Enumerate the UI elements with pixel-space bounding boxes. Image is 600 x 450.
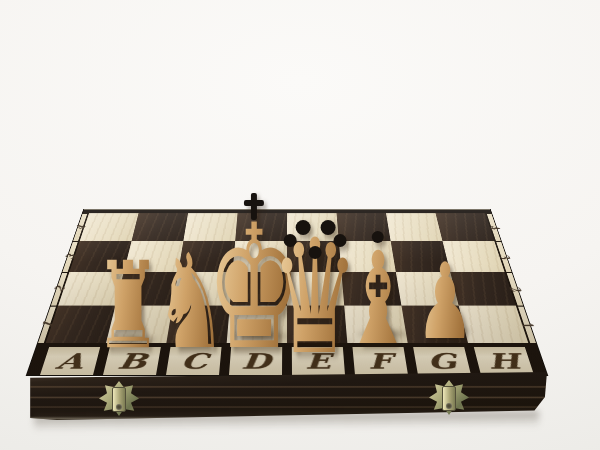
square-f1[interactable] xyxy=(344,306,407,343)
rank-label: 2 xyxy=(505,285,524,292)
square-b4[interactable] xyxy=(131,213,187,241)
square-f3[interactable] xyxy=(339,241,396,272)
square-c4[interactable] xyxy=(183,213,237,241)
rank-label: 4 xyxy=(485,224,502,230)
file-label-cell-b: B xyxy=(98,343,166,375)
square-c1[interactable] xyxy=(166,306,229,343)
file-label-cell-e: E xyxy=(287,343,350,375)
file-label: G xyxy=(425,349,459,374)
chess-board: 44332211ABCDEFGH xyxy=(27,207,547,375)
square-g2[interactable] xyxy=(396,272,459,306)
square-b2[interactable] xyxy=(115,272,178,306)
square-a3[interactable] xyxy=(69,241,131,272)
square-g4[interactable] xyxy=(386,213,442,241)
square-d2[interactable] xyxy=(230,272,287,306)
file-label-cell-f: F xyxy=(347,343,413,375)
square-d1[interactable] xyxy=(227,306,287,343)
square-f4[interactable] xyxy=(337,213,391,241)
square-a2[interactable] xyxy=(58,272,124,306)
file-label: B xyxy=(115,349,148,374)
square-g1[interactable] xyxy=(401,306,468,343)
file-label-cell-c: C xyxy=(161,343,227,375)
square-g3[interactable] xyxy=(391,241,450,272)
square-e1[interactable] xyxy=(287,306,347,343)
rank-label: 4 xyxy=(72,224,89,230)
square-b3[interactable] xyxy=(124,241,183,272)
square-c3[interactable] xyxy=(178,241,235,272)
photo-background: 44332211ABCDEFGH ♜♞♚♛♝♟ xyxy=(0,0,600,450)
file-label: C xyxy=(179,349,209,374)
square-e3[interactable] xyxy=(287,241,341,272)
file-label-cell-h: H xyxy=(468,343,539,375)
board-surface: 44332211ABCDEFGH xyxy=(27,209,547,375)
brass-clasp-left xyxy=(99,381,139,416)
square-d3[interactable] xyxy=(233,241,287,272)
file-label: E xyxy=(305,349,331,374)
brass-clasp-right xyxy=(429,380,469,415)
square-b1[interactable] xyxy=(106,306,173,343)
square-a4[interactable] xyxy=(80,213,139,241)
file-label-cell-g: G xyxy=(408,343,476,375)
file-label: A xyxy=(54,349,87,374)
clasp-pin-icon xyxy=(116,404,122,410)
file-label: D xyxy=(241,349,271,374)
file-label-cell-d: D xyxy=(224,343,287,375)
square-c2[interactable] xyxy=(173,272,233,306)
file-label: F xyxy=(367,349,394,374)
square-d4[interactable] xyxy=(235,213,287,241)
file-label-cell-a: A xyxy=(35,343,106,375)
square-f2[interactable] xyxy=(341,272,401,306)
rank-label: 3 xyxy=(495,253,513,260)
square-e4[interactable] xyxy=(287,213,339,241)
clasp-pin-icon xyxy=(446,403,452,409)
file-label: H xyxy=(484,349,523,374)
rank-label: 3 xyxy=(61,253,79,260)
square-e2[interactable] xyxy=(287,272,344,306)
